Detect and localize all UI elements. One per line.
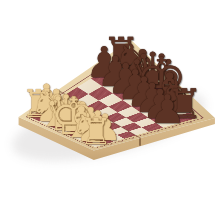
rank-label: 5 xyxy=(142,134,147,136)
rank-label: 4 xyxy=(130,138,134,139)
piece-black-pawn-h7: ♟ xyxy=(149,90,185,130)
product-photo: a1b2c3d4e5f6g7h8 ♜♞♝♛♚♝♞♜♟♟♟♟♟♟♟♟♟♟♟♟♟♟♟… xyxy=(0,0,220,200)
piece-white-rook-h1: ♜ xyxy=(80,114,112,150)
